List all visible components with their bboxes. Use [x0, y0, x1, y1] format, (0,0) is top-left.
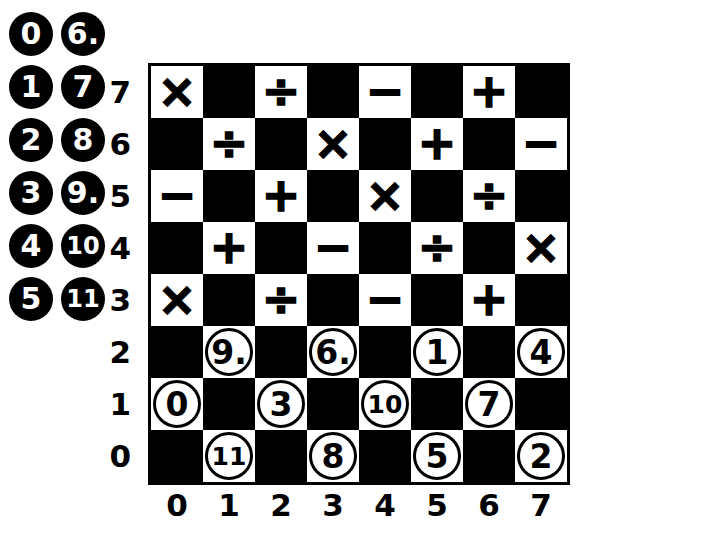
cell-r5-c4[interactable]: ×: [359, 170, 411, 222]
cell-r2-c4[interactable]: [359, 326, 411, 378]
row-label-7: 7: [100, 66, 140, 118]
cell-r5-c6[interactable]: ÷: [463, 170, 515, 222]
cell-r1-c5[interactable]: [411, 378, 463, 430]
cell-r2-c1[interactable]: 9.: [203, 326, 255, 378]
row-label-1: 1: [100, 378, 140, 430]
col-label-0: 0: [151, 487, 203, 523]
col-label-4: 4: [359, 487, 411, 523]
cell-r0-c6[interactable]: [463, 430, 515, 482]
cell-r7-c0[interactable]: ×: [151, 66, 203, 118]
number-chip-3[interactable]: 3: [9, 171, 53, 215]
number-chip-7[interactable]: 7: [61, 65, 105, 109]
cell-r5-c0[interactable]: −: [151, 170, 203, 222]
cell-r3-c6[interactable]: +: [463, 274, 515, 326]
cell-r1-c1[interactable]: [203, 378, 255, 430]
row-label-4: 4: [100, 222, 140, 274]
cell-r4-c4[interactable]: [359, 222, 411, 274]
cell-r5-c2[interactable]: +: [255, 170, 307, 222]
circled-number-9: 9.: [205, 328, 253, 376]
number-chip-1[interactable]: 1: [9, 65, 53, 109]
cell-r6-c2[interactable]: [255, 118, 307, 170]
number-chip-6[interactable]: 6.: [61, 12, 105, 56]
col-label-5: 5: [411, 487, 463, 523]
col-label-3: 3: [307, 487, 359, 523]
number-chip-5[interactable]: 5: [9, 277, 53, 321]
cell-r4-c3[interactable]: −: [307, 222, 359, 274]
cell-r0-c2[interactable]: [255, 430, 307, 482]
circled-number-10: 10: [361, 380, 409, 428]
cell-r5-c1[interactable]: [203, 170, 255, 222]
cell-r2-c0[interactable]: [151, 326, 203, 378]
cell-r6-c1[interactable]: ÷: [203, 118, 255, 170]
cell-r1-c4[interactable]: 10: [359, 378, 411, 430]
plus-operator: +: [470, 276, 509, 322]
multiply-operator: ×: [158, 68, 197, 114]
row-label-3: 3: [100, 274, 140, 326]
cell-r3-c2[interactable]: ÷: [255, 274, 307, 326]
cell-r7-c3[interactable]: [307, 66, 359, 118]
cell-r1-c2[interactable]: 3: [255, 378, 307, 430]
cell-r3-c0[interactable]: ×: [151, 274, 203, 326]
col-labels: 01234567: [151, 487, 567, 521]
circled-number-8: 8: [309, 432, 357, 480]
minus-operator: −: [158, 172, 197, 218]
cell-r6-c5[interactable]: +: [411, 118, 463, 170]
cell-r6-c6[interactable]: [463, 118, 515, 170]
cell-r1-c0[interactable]: 0: [151, 378, 203, 430]
cell-r0-c3[interactable]: 8: [307, 430, 359, 482]
number-chip-2[interactable]: 2: [9, 118, 53, 162]
circled-number-3: 3: [257, 380, 305, 428]
col-label-2: 2: [255, 487, 307, 523]
col-label-7: 7: [515, 487, 567, 523]
cell-r7-c2[interactable]: ÷: [255, 66, 307, 118]
cell-r4-c1[interactable]: +: [203, 222, 255, 274]
minus-operator: −: [366, 276, 405, 322]
cell-r2-c2[interactable]: [255, 326, 307, 378]
cell-r4-c6[interactable]: [463, 222, 515, 274]
cell-r7-c1[interactable]: [203, 66, 255, 118]
circled-number-0: 0: [153, 380, 201, 428]
number-chip-10[interactable]: 10: [61, 224, 105, 268]
cell-r3-c1[interactable]: [203, 274, 255, 326]
cell-r7-c7[interactable]: [515, 66, 567, 118]
number-chip-4[interactable]: 4: [9, 224, 53, 268]
cell-r6-c0[interactable]: [151, 118, 203, 170]
cell-r7-c4[interactable]: −: [359, 66, 411, 118]
cell-r6-c4[interactable]: [359, 118, 411, 170]
cell-r5-c5[interactable]: [411, 170, 463, 222]
cell-r2-c7[interactable]: 4: [515, 326, 567, 378]
multiply-operator: ×: [158, 276, 197, 322]
plus-operator: +: [418, 120, 457, 166]
circled-number-11: 11: [205, 432, 253, 480]
minus-operator: −: [522, 120, 561, 166]
number-chip-9[interactable]: 9.: [61, 171, 105, 215]
cell-r6-c7[interactable]: −: [515, 118, 567, 170]
row-label-2: 2: [100, 326, 140, 378]
cell-r7-c5[interactable]: [411, 66, 463, 118]
cell-r3-c5[interactable]: [411, 274, 463, 326]
cell-r0-c4[interactable]: [359, 430, 411, 482]
circled-number-5: 5: [413, 432, 461, 480]
cell-r0-c1[interactable]: 11: [203, 430, 255, 482]
cell-r1-c6[interactable]: 7: [463, 378, 515, 430]
cell-r1-c3[interactable]: [307, 378, 359, 430]
minus-operator: −: [314, 224, 353, 270]
minus-operator: −: [366, 68, 405, 114]
cell-r0-c7[interactable]: 2: [515, 430, 567, 482]
row-label-6: 6: [100, 118, 140, 170]
row-label-0: 0: [100, 430, 140, 482]
divide-operator: ÷: [470, 172, 509, 218]
multiply-operator: ×: [314, 120, 353, 166]
cell-r5-c7[interactable]: [515, 170, 567, 222]
cell-r4-c7[interactable]: ×: [515, 222, 567, 274]
multiply-operator: ×: [366, 172, 405, 218]
cell-r3-c4[interactable]: −: [359, 274, 411, 326]
cell-r2-c6[interactable]: [463, 326, 515, 378]
cell-r7-c6[interactable]: +: [463, 66, 515, 118]
multiply-operator: ×: [522, 224, 561, 270]
plus-operator: +: [470, 68, 509, 114]
divide-operator: ÷: [262, 276, 301, 322]
number-chip-11[interactable]: 11: [61, 277, 105, 321]
puzzle-board: ×÷−+÷×+−−+×÷+−÷××÷−+9.6.140310711852: [148, 63, 570, 485]
cell-r0-c0[interactable]: [151, 430, 203, 482]
cell-r3-c3[interactable]: [307, 274, 359, 326]
number-chip-8[interactable]: 8: [61, 118, 105, 162]
legend: 06.172839.410511: [9, 12, 105, 321]
cell-r2-c3[interactable]: 6.: [307, 326, 359, 378]
cell-r4-c2[interactable]: [255, 222, 307, 274]
cell-r6-c3[interactable]: ×: [307, 118, 359, 170]
circled-number-2: 2: [517, 432, 565, 480]
col-label-1: 1: [203, 487, 255, 523]
cell-r3-c7[interactable]: [515, 274, 567, 326]
cell-r1-c7[interactable]: [515, 378, 567, 430]
divide-operator: ÷: [210, 120, 249, 166]
plus-operator: +: [210, 224, 249, 270]
row-labels: 76543210: [100, 66, 140, 482]
circled-number-7: 7: [465, 380, 513, 428]
divide-operator: ÷: [262, 68, 301, 114]
cell-r2-c5[interactable]: 1: [411, 326, 463, 378]
circled-number-4: 4: [517, 328, 565, 376]
circled-number-1: 1: [413, 328, 461, 376]
cell-r4-c5[interactable]: ÷: [411, 222, 463, 274]
cell-r4-c0[interactable]: [151, 222, 203, 274]
plus-operator: +: [262, 172, 301, 218]
row-label-5: 5: [100, 170, 140, 222]
divide-operator: ÷: [418, 224, 457, 270]
cell-r0-c5[interactable]: 5: [411, 430, 463, 482]
circled-number-6: 6.: [309, 328, 357, 376]
cell-r5-c3[interactable]: [307, 170, 359, 222]
number-chip-0[interactable]: 0: [9, 12, 53, 56]
col-label-6: 6: [463, 487, 515, 523]
